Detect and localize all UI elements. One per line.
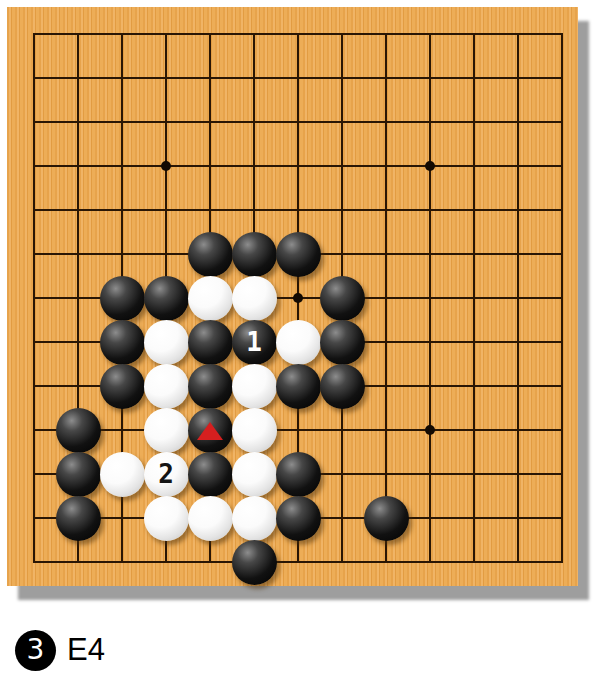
stone-black-b2 [56,496,101,541]
star-point [293,293,303,303]
stone-white-d6 [144,320,189,365]
grid-line-vertical [473,33,475,563]
star-point [425,161,435,171]
go-board-grid: 12 [7,7,578,586]
stone-black-h5 [320,364,365,409]
stone-white-f7 [232,276,277,321]
stone-black-g5 [276,364,321,409]
grid-line-vertical [385,33,387,563]
stone-black-h7 [320,276,365,321]
star-point [425,425,435,435]
stone-black-e6 [188,320,233,365]
move-coordinate: E4 [67,632,105,668]
star-point [161,161,171,171]
stone-black-c7 [100,276,145,321]
go-board: 12 [7,7,578,586]
stone-white-f2 [232,496,277,541]
move-caption: 3 E4 [15,629,105,671]
stone-white-g6 [276,320,321,365]
grid-line-horizontal [33,561,563,563]
stone-move-number: 1 [246,329,262,355]
stone-white-f3 [232,452,277,497]
stone-white-f4 [232,408,277,453]
stone-black-c6 [100,320,145,365]
stone-white-d3: 2 [144,452,189,497]
stone-black-f8 [232,232,277,277]
stone-black-e4 [188,408,233,453]
grid-line-vertical [517,33,519,563]
stone-black-b4 [56,408,101,453]
stone-white-c3 [100,452,145,497]
grid-line-horizontal [33,429,563,431]
stone-black-f6: 1 [232,320,277,365]
stone-black-g2 [276,496,321,541]
grid-line-vertical [561,33,563,563]
stone-black-e8 [188,232,233,277]
stone-white-f5 [232,364,277,409]
stone-white-d5 [144,364,189,409]
move-number-disc: 3 [15,630,56,671]
stone-white-e2 [188,496,233,541]
stone-white-e7 [188,276,233,321]
stone-black-e5 [188,364,233,409]
move-number: 3 [27,636,45,664]
stone-black-f1 [232,540,277,585]
stone-white-d4 [144,408,189,453]
stone-black-e3 [188,452,233,497]
stone-black-h6 [320,320,365,365]
stone-black-j2 [364,496,409,541]
stone-move-number: 2 [158,461,174,487]
triangle-marker [197,422,223,440]
grid-line-vertical [429,33,431,563]
stone-black-g3 [276,452,321,497]
stone-black-b3 [56,452,101,497]
stone-black-d7 [144,276,189,321]
go-diagram-page: 12 3 E4 [0,0,600,695]
stone-white-d2 [144,496,189,541]
stone-black-g8 [276,232,321,277]
stone-black-c5 [100,364,145,409]
